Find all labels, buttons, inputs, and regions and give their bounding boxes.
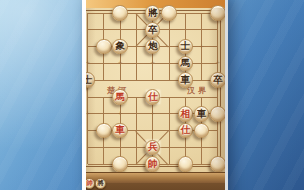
piece-glyph: 士	[181, 41, 191, 52]
desktop-background: ++++++++++++++ 楚河 汉界 將卒象炮士馬士車卒馬仕相車車仕兵帥 帥…	[0, 0, 304, 190]
hidden-piece-black[interactable]	[161, 5, 177, 21]
hidden-piece-red[interactable]	[112, 156, 128, 172]
piece-glyph: 卒	[148, 25, 158, 36]
piece-glyph: 士	[86, 75, 92, 86]
grid-line-vertical	[87, 13, 88, 164]
table-surface	[86, 183, 225, 190]
grid-line-vertical	[217, 13, 218, 164]
hidden-piece-black[interactable]	[96, 39, 112, 55]
mini-icon-glyph: 帥	[86, 180, 93, 187]
piece-glyph: 卒	[213, 75, 223, 86]
piece-glyph: 車	[197, 109, 207, 120]
piece-glyph: 馬	[115, 92, 125, 103]
piece-red-相[interactable]: 相	[178, 106, 194, 122]
piece-black-象[interactable]: 象	[112, 39, 128, 55]
piece-red-仕[interactable]: 仕	[145, 89, 161, 105]
point-marker: +	[149, 110, 157, 118]
hidden-piece-red[interactable]	[178, 156, 194, 172]
piece-glyph: 炮	[148, 41, 158, 52]
piece-black-車[interactable]: 車	[194, 106, 210, 122]
point-marker: +	[116, 110, 124, 118]
mini-icon-glyph: 將	[97, 180, 104, 187]
piece-red-車[interactable]: 車	[112, 123, 128, 139]
hidden-piece-red[interactable]	[210, 156, 225, 172]
piece-black-車[interactable]: 車	[178, 72, 194, 88]
piece-glyph: 馬	[181, 58, 191, 69]
point-marker: +	[214, 59, 222, 67]
river-label-right: 汉界	[187, 85, 209, 96]
piece-glyph: 將	[148, 8, 158, 19]
point-marker: +	[116, 59, 124, 67]
piece-glyph: 兵	[148, 142, 158, 153]
grid-line-vertical	[169, 13, 170, 80]
piece-black-卒[interactable]: 卒	[210, 72, 225, 88]
red-general-icon[interactable]: 帥	[86, 178, 95, 189]
piece-glyph: 車	[115, 125, 125, 136]
hidden-piece-black[interactable]	[210, 5, 225, 21]
piece-glyph: 帥	[148, 159, 158, 170]
piece-black-將[interactable]: 將	[145, 5, 161, 21]
point-marker: +	[86, 110, 92, 118]
piece-glyph: 仕	[148, 92, 158, 103]
piece-black-卒[interactable]: 卒	[145, 22, 161, 38]
hidden-piece-red[interactable]	[96, 123, 112, 139]
piece-glyph: 仕	[181, 125, 191, 136]
piece-glyph: 車	[181, 75, 191, 86]
piece-glyph: 象	[115, 41, 125, 52]
point-marker: +	[149, 59, 157, 67]
piece-red-馬[interactable]: 馬	[112, 89, 128, 105]
point-marker: +	[86, 59, 92, 67]
hidden-piece-red[interactable]	[210, 106, 225, 122]
black-general-icon[interactable]: 將	[95, 178, 106, 189]
point-marker: +	[198, 43, 206, 51]
tablet-screen: ++++++++++++++ 楚河 汉界 將卒象炮士馬士車卒馬仕相車車仕兵帥 帥…	[86, 0, 225, 190]
piece-black-馬[interactable]: 馬	[178, 56, 194, 72]
hidden-piece-black[interactable]	[112, 5, 128, 21]
piece-glyph: 相	[181, 109, 191, 120]
